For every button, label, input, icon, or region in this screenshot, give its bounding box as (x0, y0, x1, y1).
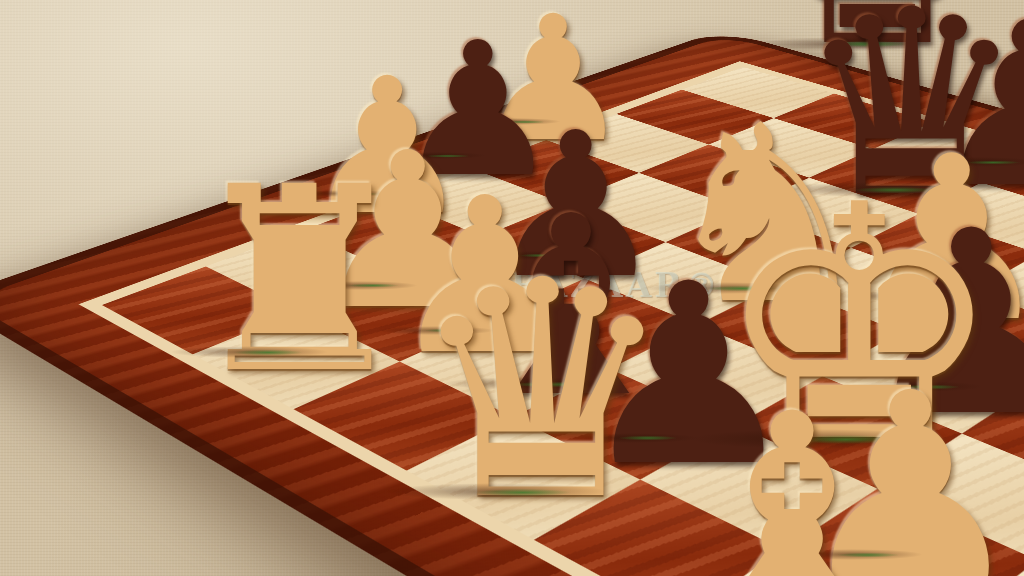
piece-white-queen-d1[interactable]: ♛ (408, 287, 639, 497)
chess-photo-stage: ♚♟♟♟♛♟♟♟♞♟♟♜♝♟♟♚♛♟♝ CHESSBAZAAR® (0, 0, 1024, 576)
piece-white-bishop-f1[interactable]: ♝ (672, 425, 865, 576)
piece-white-rook-a1[interactable]: ♜ (186, 206, 351, 356)
